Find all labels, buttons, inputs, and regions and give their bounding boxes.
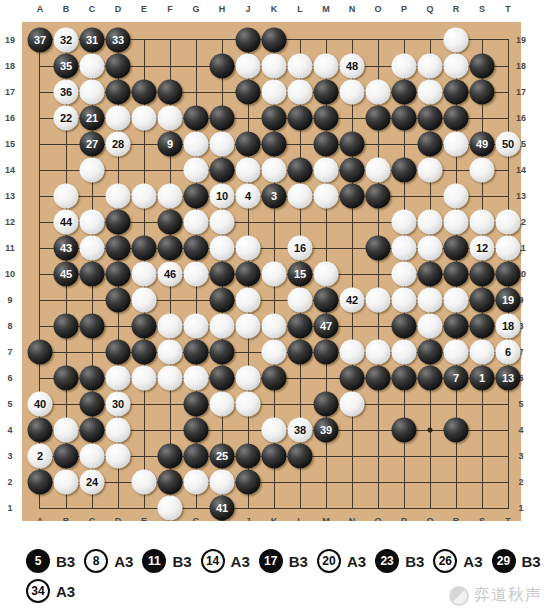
white-stone-O17[interactable] [366, 80, 391, 105]
black-stone-T9-move-19[interactable]: 19 [496, 288, 521, 313]
black-stone-E11[interactable] [132, 236, 157, 261]
coord-label-row: 5 [7, 399, 12, 409]
white-stone-D15-move-28[interactable]: 28 [106, 132, 131, 157]
white-stone-G15[interactable] [184, 132, 209, 157]
black-stone-P14[interactable] [392, 158, 417, 183]
move-number: 41 [216, 503, 228, 514]
white-stone-E16[interactable] [132, 106, 157, 131]
white-stone-P18[interactable] [392, 54, 417, 79]
white-stone-H8[interactable] [210, 314, 235, 339]
black-stone-L7[interactable] [288, 340, 313, 365]
black-stone-D17[interactable] [106, 80, 131, 105]
black-stone-J17[interactable] [236, 80, 261, 105]
black-stone-H1-move-41[interactable]: 41 [210, 496, 235, 521]
black-stone-H14[interactable] [210, 158, 235, 183]
black-stone-C8[interactable] [80, 314, 105, 339]
coord-label-row: 13 [5, 191, 15, 201]
black-move-badge-23: 23 [375, 549, 399, 573]
white-stone-B19-move-32[interactable]: 32 [54, 28, 79, 53]
black-stone-N13[interactable] [340, 184, 365, 209]
black-stone-N14[interactable] [340, 158, 365, 183]
white-stone-C17[interactable] [80, 80, 105, 105]
move-number: 25 [216, 451, 228, 462]
coord-label-row: 3 [518, 451, 523, 461]
white-stone-E13[interactable] [132, 184, 157, 209]
white-stone-D16[interactable] [106, 106, 131, 131]
move-number: 40 [34, 399, 46, 410]
black-stone-C10[interactable] [80, 262, 105, 287]
coord-label-row: 7 [7, 347, 12, 357]
black-stone-D19-move-33[interactable]: 33 [106, 28, 131, 53]
black-stone-K16[interactable] [262, 106, 287, 131]
black-stone-H6[interactable] [210, 366, 235, 391]
white-stone-L17[interactable] [288, 80, 313, 105]
coord-label-column: M [322, 4, 330, 14]
coord-label-row: 12 [5, 217, 15, 227]
black-stone-D9[interactable] [106, 288, 131, 313]
white-stone-C2-move-24[interactable]: 24 [80, 470, 105, 495]
caption-move-pair: 14A3 [201, 549, 250, 573]
white-stone-M13[interactable] [314, 184, 339, 209]
white-stone-B2[interactable] [54, 470, 79, 495]
white-stone-Q12[interactable] [418, 210, 443, 235]
white-stone-N7[interactable] [340, 340, 365, 365]
move-number: 27 [86, 139, 98, 150]
black-stone-R17[interactable] [444, 80, 469, 105]
move-number: 9 [167, 139, 173, 150]
black-stone-F17[interactable] [158, 80, 183, 105]
white-stone-H2[interactable] [210, 470, 235, 495]
caption-move-pair: 17B3 [259, 549, 308, 573]
white-stone-Q11[interactable] [418, 236, 443, 261]
white-stone-D5-move-30[interactable]: 30 [106, 392, 131, 417]
caption-move-pair: 5B3 [26, 549, 75, 573]
move-number: 31 [86, 35, 98, 46]
coord-label-column: K [271, 4, 278, 14]
white-stone-N18-move-48[interactable]: 48 [340, 54, 365, 79]
white-stone-O7[interactable] [366, 340, 391, 365]
caption-move-pair: 23B3 [375, 549, 424, 573]
black-stone-G16[interactable] [184, 106, 209, 131]
white-stone-S11-move-12[interactable]: 12 [470, 236, 495, 261]
white-stone-C14[interactable] [80, 158, 105, 183]
black-stone-L3[interactable] [288, 444, 313, 469]
white-stone-S7[interactable] [470, 340, 495, 365]
black-stone-J3[interactable] [236, 444, 261, 469]
white-stone-F8[interactable] [158, 314, 183, 339]
black-stone-M8-move-47[interactable]: 47 [314, 314, 339, 339]
black-stone-C16-move-21[interactable]: 21 [80, 106, 105, 131]
coord-label-row: 2 [7, 477, 12, 487]
black-stone-L10-move-15[interactable]: 15 [288, 262, 313, 287]
black-move-badge-17: 17 [259, 549, 283, 573]
coord-label-row: 9 [7, 295, 12, 305]
white-move-badge-26: 26 [433, 549, 457, 573]
white-stone-G2[interactable] [184, 470, 209, 495]
black-stone-A2[interactable] [28, 470, 53, 495]
white-stone-T15-move-50[interactable]: 50 [496, 132, 521, 157]
black-stone-C4[interactable] [80, 418, 105, 443]
move-number: 1 [479, 373, 485, 384]
move-number: 36 [60, 87, 72, 98]
white-stone-Q17[interactable] [418, 80, 443, 105]
white-stone-J18[interactable] [236, 54, 261, 79]
white-stone-A3-move-2[interactable]: 2 [28, 444, 53, 469]
white-stone-T11[interactable] [496, 236, 521, 261]
move-number: 21 [86, 113, 98, 124]
black-stone-Q10[interactable] [418, 262, 443, 287]
black-stone-C6[interactable] [80, 366, 105, 391]
caption-coordinate-label: A3 [347, 553, 366, 570]
coord-label-row: 4 [518, 425, 523, 435]
white-stone-J9[interactable] [236, 288, 261, 313]
black-stone-K6[interactable] [262, 366, 287, 391]
black-stone-Q15[interactable] [418, 132, 443, 157]
black-stone-M4-move-39[interactable]: 39 [314, 418, 339, 443]
move-number: 12 [476, 243, 488, 254]
black-stone-G13[interactable] [184, 184, 209, 209]
move-number: 24 [86, 477, 98, 488]
black-stone-O16[interactable] [366, 106, 391, 131]
coord-label-column: A [37, 4, 44, 14]
coord-label-column: J [245, 4, 250, 14]
black-stone-F11[interactable] [158, 236, 183, 261]
white-stone-J14[interactable] [236, 158, 261, 183]
move-number: 3 [271, 191, 277, 202]
coord-label-column: S [479, 4, 485, 14]
white-stone-J5[interactable] [236, 392, 261, 417]
white-stone-N17[interactable] [340, 80, 365, 105]
white-stone-O14[interactable] [366, 158, 391, 183]
move-number: 15 [294, 269, 306, 280]
black-stone-O13[interactable] [366, 184, 391, 209]
black-stone-R8[interactable] [444, 314, 469, 339]
white-stone-F6[interactable] [158, 366, 183, 391]
caption-coordinate-label: A3 [114, 553, 133, 570]
black-stone-G4[interactable] [184, 418, 209, 443]
black-stone-H9[interactable] [210, 288, 235, 313]
black-stone-M5[interactable] [314, 392, 339, 417]
black-stone-C15-move-27[interactable]: 27 [80, 132, 105, 157]
white-stone-P10[interactable] [392, 262, 417, 287]
black-stone-D10[interactable] [106, 262, 131, 287]
black-stone-L14[interactable] [288, 158, 313, 183]
black-stone-B6[interactable] [54, 366, 79, 391]
black-stone-M15[interactable] [314, 132, 339, 157]
white-stone-P7[interactable] [392, 340, 417, 365]
white-stone-B4[interactable] [54, 418, 79, 443]
white-stone-T8-move-18[interactable]: 18 [496, 314, 521, 339]
coord-label-row: 13 [516, 191, 526, 201]
black-stone-D7[interactable] [106, 340, 131, 365]
black-stone-S15-move-49[interactable]: 49 [470, 132, 495, 157]
white-stone-A5-move-40[interactable]: 40 [28, 392, 53, 417]
move-number: 32 [60, 35, 72, 46]
black-stone-R11[interactable] [444, 236, 469, 261]
white-stone-L13[interactable] [288, 184, 313, 209]
go-board[interactable]: AA1919BB1818CC1717DD1616EE1515FF1414GG13… [22, 22, 521, 521]
black-stone-D18[interactable] [106, 54, 131, 79]
black-stone-N6[interactable] [340, 366, 365, 391]
black-stone-S18[interactable] [470, 54, 495, 79]
black-stone-B10-move-45[interactable]: 45 [54, 262, 79, 287]
white-stone-P9[interactable] [392, 288, 417, 313]
black-stone-D12[interactable] [106, 210, 131, 235]
white-stone-R9[interactable] [444, 288, 469, 313]
white-stone-R18[interactable] [444, 54, 469, 79]
white-stone-G6[interactable] [184, 366, 209, 391]
black-stone-E8[interactable] [132, 314, 157, 339]
black-move-badge-29: 29 [492, 549, 516, 573]
white-stone-L9[interactable] [288, 288, 313, 313]
move-number: 16 [294, 243, 306, 254]
white-stone-J6[interactable] [236, 366, 261, 391]
white-stone-L4-move-38[interactable]: 38 [288, 418, 313, 443]
black-stone-Q16[interactable] [418, 106, 443, 131]
black-stone-P16[interactable] [392, 106, 417, 131]
white-stone-K10[interactable] [262, 262, 287, 287]
black-stone-K19[interactable] [262, 28, 287, 53]
go-diagram-page: AA1919BB1818CC1717DD1616EE1515FF1414GG13… [0, 0, 550, 614]
white-stone-H11[interactable] [210, 236, 235, 261]
white-stone-H15[interactable] [210, 132, 235, 157]
white-stone-E6[interactable] [132, 366, 157, 391]
white-stone-K14[interactable] [262, 158, 287, 183]
black-stone-S10[interactable] [470, 262, 495, 287]
black-stone-P8[interactable] [392, 314, 417, 339]
black-stone-G5[interactable] [184, 392, 209, 417]
black-stone-N15[interactable] [340, 132, 365, 157]
black-stone-H10[interactable] [210, 262, 235, 287]
black-stone-R4[interactable] [444, 418, 469, 443]
white-stone-K7[interactable] [262, 340, 287, 365]
black-stone-L16[interactable] [288, 106, 313, 131]
white-stone-Q18[interactable] [418, 54, 443, 79]
coord-label-row: 3 [7, 451, 12, 461]
white-stone-K18[interactable] [262, 54, 287, 79]
watermark-logo-icon [449, 586, 469, 606]
black-stone-M17[interactable] [314, 80, 339, 105]
watermark: 弈道秋声 [449, 585, 542, 606]
black-stone-B18-move-35[interactable]: 35 [54, 54, 79, 79]
black-stone-C5[interactable] [80, 392, 105, 417]
white-stone-L11-move-16[interactable]: 16 [288, 236, 313, 261]
white-stone-P12[interactable] [392, 210, 417, 235]
black-stone-R6-move-7[interactable]: 7 [444, 366, 469, 391]
caption-coordinate-label: B3 [405, 553, 424, 570]
white-stone-M18[interactable] [314, 54, 339, 79]
black-stone-B8[interactable] [54, 314, 79, 339]
move-number: 49 [476, 139, 488, 150]
black-stone-P6[interactable] [392, 366, 417, 391]
caption-line-1: 5B38A311B314A317B320A323B326A329B3 [26, 549, 550, 573]
coord-label-column: L [297, 4, 303, 14]
white-stone-H12[interactable] [210, 210, 235, 235]
black-stone-S6-move-1[interactable]: 1 [470, 366, 495, 391]
white-stone-H5[interactable] [210, 392, 235, 417]
black-stone-J15[interactable] [236, 132, 261, 157]
black-stone-Q7[interactable] [418, 340, 443, 365]
white-move-badge-20: 20 [317, 549, 341, 573]
black-stone-F2[interactable] [158, 470, 183, 495]
black-stone-E7[interactable] [132, 340, 157, 365]
white-stone-K17[interactable] [262, 80, 287, 105]
white-stone-M14[interactable] [314, 158, 339, 183]
black-stone-T6-move-13[interactable]: 13 [496, 366, 521, 391]
coord-label-row: 10 [5, 269, 15, 279]
black-stone-O6[interactable] [366, 366, 391, 391]
black-stone-J10[interactable] [236, 262, 261, 287]
black-stone-S8[interactable] [470, 314, 495, 339]
coord-label-row: 11 [5, 243, 15, 253]
white-stone-B12-move-44[interactable]: 44 [54, 210, 79, 235]
black-stone-H16[interactable] [210, 106, 235, 131]
black-stone-M7[interactable] [314, 340, 339, 365]
move-number: 2 [37, 451, 43, 462]
white-stone-Q14[interactable] [418, 158, 443, 183]
black-stone-D11[interactable] [106, 236, 131, 261]
black-stone-O11[interactable] [366, 236, 391, 261]
black-stone-R16[interactable] [444, 106, 469, 131]
black-stone-K13-move-3[interactable]: 3 [262, 184, 287, 209]
grid-line-vertical [352, 40, 353, 508]
black-stone-J19[interactable] [236, 28, 261, 53]
black-stone-B11-move-43[interactable]: 43 [54, 236, 79, 261]
caption-coordinate-label: B3 [289, 553, 308, 570]
black-stone-H18[interactable] [210, 54, 235, 79]
white-stone-J11[interactable] [236, 236, 261, 261]
white-stone-J13-move-4[interactable]: 4 [236, 184, 261, 209]
coord-label-row: 1 [7, 503, 12, 513]
move-number: 19 [502, 295, 514, 306]
white-stone-R13[interactable] [444, 184, 469, 209]
white-stone-R7[interactable] [444, 340, 469, 365]
white-stone-F10-move-46[interactable]: 46 [158, 262, 183, 287]
black-stone-G3[interactable] [184, 444, 209, 469]
coord-label-row: 16 [5, 113, 15, 123]
black-stone-J2[interactable] [236, 470, 261, 495]
coord-label-row: 16 [516, 113, 526, 123]
white-stone-E9[interactable] [132, 288, 157, 313]
white-stone-R19[interactable] [444, 28, 469, 53]
black-stone-S9[interactable] [470, 288, 495, 313]
white-stone-T7-move-6[interactable]: 6 [496, 340, 521, 365]
black-stone-A7[interactable] [28, 340, 53, 365]
white-stone-M10[interactable] [314, 262, 339, 287]
white-stone-T12[interactable] [496, 210, 521, 235]
white-stone-D4[interactable] [106, 418, 131, 443]
caption-line-2: 34A3 [26, 579, 84, 603]
black-stone-T10[interactable] [496, 262, 521, 287]
white-stone-S14[interactable] [470, 158, 495, 183]
white-stone-C18[interactable] [80, 54, 105, 79]
white-stone-N5[interactable] [340, 392, 365, 417]
black-stone-P4[interactable] [392, 418, 417, 443]
white-stone-G14[interactable] [184, 158, 209, 183]
white-stone-C12[interactable] [80, 210, 105, 235]
white-stone-E2[interactable] [132, 470, 157, 495]
coord-label-column: E [141, 4, 147, 14]
white-move-badge-34: 34 [26, 579, 50, 603]
coord-label-row: 14 [5, 165, 15, 175]
black-stone-G11[interactable] [184, 236, 209, 261]
white-stone-Q9[interactable] [418, 288, 443, 313]
coord-label-row: 8 [7, 321, 12, 331]
black-stone-S17[interactable] [470, 80, 495, 105]
black-stone-Q6[interactable] [418, 366, 443, 391]
white-stone-K8[interactable] [262, 314, 287, 339]
white-stone-O9[interactable] [366, 288, 391, 313]
black-stone-A4[interactable] [28, 418, 53, 443]
white-stone-Q8[interactable] [418, 314, 443, 339]
white-stone-J8[interactable] [236, 314, 261, 339]
coord-label-row: 19 [5, 35, 15, 45]
black-stone-H3-move-25[interactable]: 25 [210, 444, 235, 469]
black-stone-P17[interactable] [392, 80, 417, 105]
move-number: 42 [346, 295, 358, 306]
white-stone-E10[interactable] [132, 262, 157, 287]
black-stone-F15-move-9[interactable]: 9 [158, 132, 183, 157]
white-stone-D6[interactable] [106, 366, 131, 391]
move-number: 35 [60, 61, 72, 72]
white-stone-D13[interactable] [106, 184, 131, 209]
black-stone-H7[interactable] [210, 340, 235, 365]
black-stone-K15[interactable] [262, 132, 287, 157]
white-stone-B17-move-36[interactable]: 36 [54, 80, 79, 105]
black-stone-B3[interactable] [54, 444, 79, 469]
white-stone-G10[interactable] [184, 262, 209, 287]
white-stone-H13-move-10[interactable]: 10 [210, 184, 235, 209]
white-stone-N9-move-42[interactable]: 42 [340, 288, 365, 313]
black-stone-F3[interactable] [158, 444, 183, 469]
white-stone-G12[interactable] [184, 210, 209, 235]
black-stone-K3[interactable] [262, 444, 287, 469]
black-stone-E17[interactable] [132, 80, 157, 105]
black-stone-A19-move-37[interactable]: 37 [28, 28, 53, 53]
white-stone-G8[interactable] [184, 314, 209, 339]
black-stone-L8[interactable] [288, 314, 313, 339]
black-stone-M16[interactable] [314, 106, 339, 131]
caption-move-pair: 29B3 [492, 549, 541, 573]
white-stone-D3[interactable] [106, 444, 131, 469]
black-stone-M9[interactable] [314, 288, 339, 313]
coord-label-row: 15 [5, 139, 15, 149]
coord-label-column: F [167, 4, 173, 14]
white-stone-C3[interactable] [80, 444, 105, 469]
black-stone-F12[interactable] [158, 210, 183, 235]
white-stone-F16[interactable] [158, 106, 183, 131]
white-stone-B13[interactable] [54, 184, 79, 209]
white-stone-F1[interactable] [158, 496, 183, 521]
black-stone-C19-move-31[interactable]: 31 [80, 28, 105, 53]
white-stone-L18[interactable] [288, 54, 313, 79]
white-stone-C11[interactable] [80, 236, 105, 261]
white-stone-R12[interactable] [444, 210, 469, 235]
move-number: 22 [60, 113, 72, 124]
black-stone-R10[interactable] [444, 262, 469, 287]
watermark-text: 弈道秋声 [474, 585, 542, 606]
coord-label-row: 19 [516, 35, 526, 45]
white-stone-F7[interactable] [158, 340, 183, 365]
black-stone-G7[interactable] [184, 340, 209, 365]
white-stone-P11[interactable] [392, 236, 417, 261]
white-stone-R15[interactable] [444, 132, 469, 157]
white-stone-K4[interactable] [262, 418, 287, 443]
coord-label-row: 17 [516, 87, 526, 97]
white-stone-B16-move-22[interactable]: 22 [54, 106, 79, 131]
white-stone-S12[interactable] [470, 210, 495, 235]
white-stone-F13[interactable] [158, 184, 183, 209]
